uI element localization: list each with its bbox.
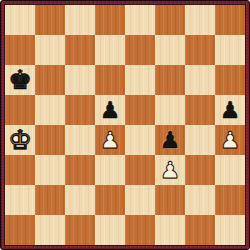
white-pawn-d4[interactable]: ♟ [100,125,121,155]
square-f6[interactable] [155,65,185,95]
white-pawn-f3[interactable]: ♟ [160,155,181,185]
square-f3[interactable]: ♟ [155,155,185,185]
square-e4[interactable] [125,125,155,155]
square-a7[interactable] [5,35,35,65]
square-h5[interactable]: ♟ [215,95,245,125]
square-c3[interactable] [65,155,95,185]
chess-board: ♚♟♟♚♟♟♟♟ [5,5,245,245]
square-h2[interactable] [215,185,245,215]
square-c5[interactable] [65,95,95,125]
square-f7[interactable] [155,35,185,65]
square-f2[interactable] [155,185,185,215]
square-a8[interactable] [5,5,35,35]
square-d2[interactable] [95,185,125,215]
square-g8[interactable] [185,5,215,35]
square-d7[interactable] [95,35,125,65]
square-c4[interactable] [65,125,95,155]
square-e2[interactable] [125,185,155,215]
square-b3[interactable] [35,155,65,185]
square-a2[interactable] [5,185,35,215]
square-g2[interactable] [185,185,215,215]
square-d6[interactable] [95,65,125,95]
square-c2[interactable] [65,185,95,215]
square-g4[interactable] [185,125,215,155]
black-king-a6[interactable]: ♚ [8,65,32,95]
square-b6[interactable] [35,65,65,95]
square-d4[interactable]: ♟ [95,125,125,155]
square-d5[interactable]: ♟ [95,95,125,125]
square-f4[interactable]: ♟ [155,125,185,155]
square-f1[interactable] [155,215,185,245]
square-e6[interactable] [125,65,155,95]
square-h6[interactable] [215,65,245,95]
square-e3[interactable] [125,155,155,185]
square-e7[interactable] [125,35,155,65]
square-c1[interactable] [65,215,95,245]
square-h4[interactable]: ♟ [215,125,245,155]
board-frame: ♚♟♟♚♟♟♟♟ [0,0,250,250]
square-c8[interactable] [65,5,95,35]
square-b7[interactable] [35,35,65,65]
square-a1[interactable] [5,215,35,245]
square-a3[interactable] [5,155,35,185]
square-d8[interactable] [95,5,125,35]
white-pawn-h4[interactable]: ♟ [220,125,241,155]
square-d3[interactable] [95,155,125,185]
square-e5[interactable] [125,95,155,125]
square-g1[interactable] [185,215,215,245]
black-pawn-d5[interactable]: ♟ [100,95,121,125]
square-b4[interactable] [35,125,65,155]
square-h3[interactable] [215,155,245,185]
square-g6[interactable] [185,65,215,95]
square-a4[interactable]: ♚ [5,125,35,155]
square-d1[interactable] [95,215,125,245]
square-a6[interactable]: ♚ [5,65,35,95]
square-g5[interactable] [185,95,215,125]
square-g3[interactable] [185,155,215,185]
square-e1[interactable] [125,215,155,245]
black-pawn-h5[interactable]: ♟ [220,95,241,125]
square-c6[interactable] [65,65,95,95]
square-g7[interactable] [185,35,215,65]
white-king-a4[interactable]: ♚ [8,125,32,155]
square-e8[interactable] [125,5,155,35]
square-h8[interactable] [215,5,245,35]
square-h7[interactable] [215,35,245,65]
square-b5[interactable] [35,95,65,125]
square-f5[interactable] [155,95,185,125]
square-b8[interactable] [35,5,65,35]
black-pawn-f4[interactable]: ♟ [160,125,181,155]
square-c7[interactable] [65,35,95,65]
square-a5[interactable] [5,95,35,125]
square-b1[interactable] [35,215,65,245]
square-b2[interactable] [35,185,65,215]
square-f8[interactable] [155,5,185,35]
square-h1[interactable] [215,215,245,245]
